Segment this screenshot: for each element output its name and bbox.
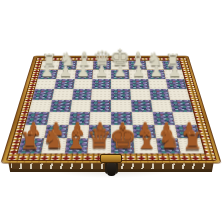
square-h6[interactable] [166,79,187,89]
square-g1[interactable]: ♞ [156,138,181,153]
square-h5[interactable] [168,89,190,100]
white-knight-g1[interactable]: ♞ [158,129,180,153]
chess-board: ♜♞♝♛♚♝♞♜♟♟♟♟♟♟♟♟♟♟♟♟♟♟♟♟♜♞♝♛♚♝♞♜ [2,56,220,163]
white-rook-a1[interactable]: ♜ [19,130,40,152]
square-a7[interactable]: ♟ [38,70,58,79]
black-pawn-e7[interactable]: ♟ [114,64,127,78]
square-f7[interactable]: ♟ [129,70,148,79]
white-queen-d1[interactable]: ♛ [87,126,112,153]
square-a4[interactable] [29,100,52,112]
board-frame: ♜♞♝♛♚♝♞♜♟♟♟♟♟♟♟♟♟♟♟♟♟♟♟♟♜♞♝♛♚♝♞♜ [2,56,220,163]
black-pawn-b7[interactable]: ♟ [59,64,72,78]
square-d6[interactable] [92,79,111,89]
chess-set-photo: ♜♞♝♛♚♝♞♜♟♟♟♟♟♟♟♟♟♟♟♟♟♟♟♟♜♞♝♛♚♝♞♜ [0,0,222,222]
square-b5[interactable] [52,89,73,100]
square-c1[interactable]: ♝ [64,138,88,153]
square-g5[interactable] [149,89,170,100]
square-f4[interactable] [131,100,152,112]
square-f6[interactable] [129,79,149,89]
square-a6[interactable] [35,79,56,89]
black-pawn-h7[interactable]: ♟ [168,64,181,78]
square-h1[interactable]: ♜ [178,138,204,153]
black-pawn-c7[interactable]: ♟ [77,64,90,78]
square-f1[interactable]: ♝ [133,138,157,153]
white-bishop-c1[interactable]: ♝ [64,128,87,153]
square-g4[interactable] [151,100,173,112]
square-f5[interactable] [130,89,150,100]
square-e7[interactable]: ♟ [111,70,129,79]
square-c7[interactable]: ♟ [74,70,93,79]
clasp-plate [100,154,122,163]
square-g7[interactable]: ♟ [146,70,166,79]
square-g6[interactable] [148,79,168,89]
square-h4[interactable] [170,100,193,112]
square-d1[interactable]: ♛ [88,138,111,153]
black-pawn-a7[interactable]: ♟ [40,64,53,78]
square-a5[interactable] [32,89,54,100]
square-c6[interactable] [73,79,93,89]
square-c5[interactable] [72,89,92,100]
square-b1[interactable]: ♞ [41,138,66,153]
square-c4[interactable] [70,100,91,112]
white-bishop-f1[interactable]: ♝ [134,128,157,153]
white-king-e1[interactable]: ♚ [109,124,136,153]
black-pawn-d7[interactable]: ♟ [95,64,108,78]
square-e6[interactable] [111,79,130,89]
square-b4[interactable] [49,100,71,112]
board-grid: ♜♞♝♛♚♝♞♜♟♟♟♟♟♟♟♟♟♟♟♟♟♟♟♟♜♞♝♛♚♝♞♜ [18,61,205,154]
square-d7[interactable]: ♟ [93,70,111,79]
square-b6[interactable] [54,79,74,89]
black-pawn-g7[interactable]: ♟ [150,64,163,78]
clasp-latch-icon[interactable] [107,163,116,176]
square-b7[interactable]: ♟ [56,70,76,79]
square-d5[interactable] [91,89,111,100]
square-d4[interactable] [90,100,111,112]
square-e1[interactable]: ♚ [111,138,134,153]
square-e5[interactable] [111,89,131,100]
black-pawn-f7[interactable]: ♟ [132,64,145,78]
white-rook-h1[interactable]: ♜ [182,130,203,152]
square-a1[interactable]: ♜ [18,138,44,153]
square-h7[interactable]: ♟ [164,70,184,79]
square-e4[interactable] [111,100,132,112]
white-knight-b1[interactable]: ♞ [42,129,64,153]
